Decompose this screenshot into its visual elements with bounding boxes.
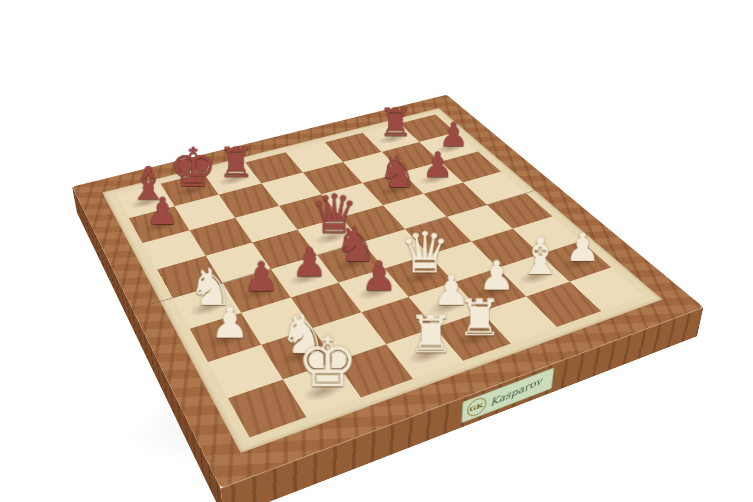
piece-red-king-b8: ♚ <box>169 141 217 194</box>
piece-white-rook-e1: ♜ <box>457 292 503 343</box>
piece-red-knight-f6: ♞ <box>378 150 417 194</box>
piece-red-pawn-b4: ♟ <box>243 257 280 298</box>
photo-background: GK Kasparov ♝♚♜♜♟♟♞♟♛♞♟♟♞♟♟♛♞♟♟♝♟♚♜♜ <box>0 0 753 502</box>
gk-monogram-icon: GK <box>466 395 487 419</box>
piece-red-pawn-d3: ♟ <box>361 256 398 297</box>
board-inner-border: ♝♚♜♜♟♟♞♟♛♞♟♟♞♟♟♛♞♟♟♝♟♚♜♜ <box>102 108 662 453</box>
piece-white-rook-d1: ♜ <box>408 308 455 360</box>
piece-white-bishop-g2: ♝ <box>518 231 563 282</box>
piece-white-pawn-h2: ♟ <box>565 228 600 267</box>
scene: GK Kasparov ♝♚♜♜♟♟♞♟♛♞♟♟♞♟♟♛♞♟♟♝♟♚♜♜ <box>0 0 753 502</box>
chess-board: GK Kasparov ♝♚♜♜♟♟♞♟♛♞♟♟♞♟♟♛♞♟♟♝♟♚♜♜ <box>72 95 703 488</box>
piece-red-pawn-g6: ♟ <box>422 148 453 183</box>
piece-white-king-b1: ♚ <box>297 328 359 397</box>
kasparov-signature: Kasparov <box>490 375 542 408</box>
board-grid: ♝♚♜♜♟♟♞♟♛♞♟♟♞♟♟♛♞♟♟♝♟♚♜♜ <box>116 114 644 437</box>
piece-red-rook-c8: ♜ <box>218 142 255 183</box>
piece-red-rook-g8: ♜ <box>378 103 413 142</box>
square-b6 <box>190 218 253 256</box>
piece-white-pawn-a3: ♟ <box>210 301 249 344</box>
brand-plaque: GK Kasparov <box>461 367 554 423</box>
piece-red-pawn-c4: ♟ <box>291 242 327 282</box>
piece-red-pawn-a7: ♟ <box>146 193 180 230</box>
